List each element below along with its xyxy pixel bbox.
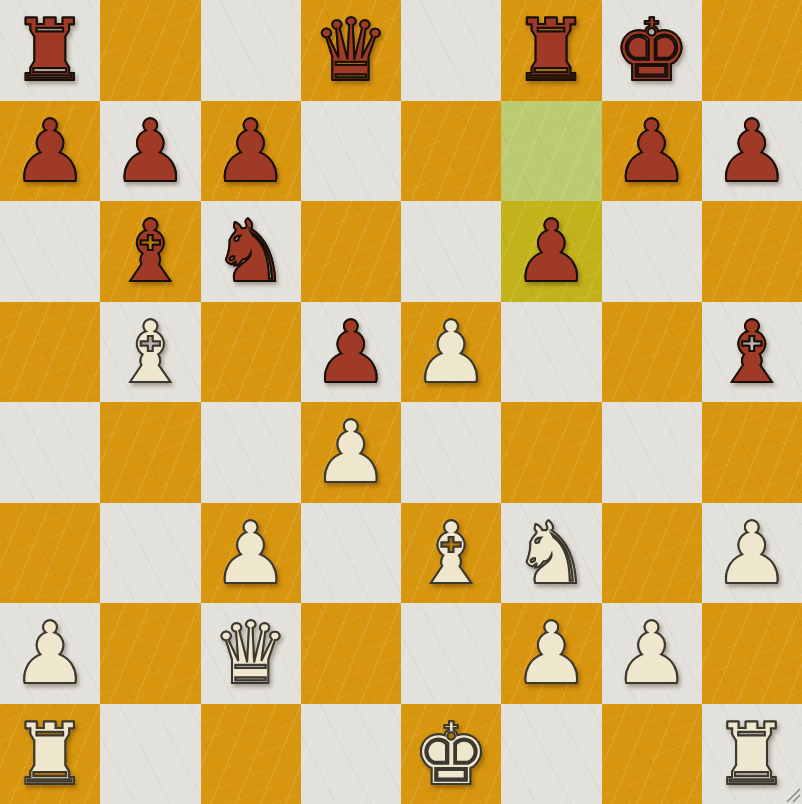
square-f5[interactable] <box>501 302 601 403</box>
square-b4[interactable] <box>100 402 200 503</box>
square-a2[interactable]: ♟ <box>0 603 100 704</box>
piece-black-bishop[interactable]: ♝ <box>702 302 802 403</box>
square-a3[interactable] <box>0 503 100 604</box>
square-g1[interactable] <box>602 704 702 804</box>
piece-white-pawn[interactable]: ♟ <box>602 603 702 704</box>
square-d7[interactable] <box>301 101 401 202</box>
square-a6[interactable] <box>0 201 100 302</box>
square-f8[interactable]: ♜ <box>501 0 601 101</box>
square-c4[interactable] <box>201 402 301 503</box>
square-e8[interactable] <box>401 0 501 101</box>
chess-board: ♜♛♜♚♟♟♟♟♟♝♞♟♝♟♟♝♟♟♝♞♟♟♛♟♟♜♚♜ <box>0 0 802 804</box>
square-g8[interactable]: ♚ <box>602 0 702 101</box>
board-container: ♜♛♜♚♟♟♟♟♟♝♞♟♝♟♟♝♟♟♝♞♟♟♛♟♟♜♚♜ <box>0 0 802 804</box>
piece-black-king[interactable]: ♚ <box>602 0 702 101</box>
square-b6[interactable]: ♝ <box>100 201 200 302</box>
square-e2[interactable] <box>401 603 501 704</box>
square-h6[interactable] <box>702 201 802 302</box>
piece-white-pawn[interactable]: ♟ <box>702 503 802 604</box>
square-c7[interactable]: ♟ <box>201 101 301 202</box>
square-b5[interactable]: ♝ <box>100 302 200 403</box>
square-e1[interactable]: ♚ <box>401 704 501 804</box>
piece-white-pawn[interactable]: ♟ <box>0 603 100 704</box>
piece-black-bishop[interactable]: ♝ <box>100 201 200 302</box>
piece-black-pawn[interactable]: ♟ <box>602 101 702 202</box>
square-f3[interactable]: ♞ <box>501 503 601 604</box>
square-a8[interactable]: ♜ <box>0 0 100 101</box>
square-b1[interactable] <box>100 704 200 804</box>
square-a7[interactable]: ♟ <box>0 101 100 202</box>
piece-black-pawn[interactable]: ♟ <box>100 101 200 202</box>
piece-white-pawn[interactable]: ♟ <box>401 302 501 403</box>
square-e5[interactable]: ♟ <box>401 302 501 403</box>
square-e6[interactable] <box>401 201 501 302</box>
piece-black-pawn[interactable]: ♟ <box>301 302 401 403</box>
piece-white-rook[interactable]: ♜ <box>0 704 100 804</box>
square-c3[interactable]: ♟ <box>201 503 301 604</box>
square-h5[interactable]: ♝ <box>702 302 802 403</box>
square-d1[interactable] <box>301 704 401 804</box>
piece-black-queen[interactable]: ♛ <box>301 0 401 101</box>
square-d8[interactable]: ♛ <box>301 0 401 101</box>
square-g2[interactable]: ♟ <box>602 603 702 704</box>
piece-white-queen[interactable]: ♛ <box>201 603 301 704</box>
square-a5[interactable] <box>0 302 100 403</box>
square-h3[interactable]: ♟ <box>702 503 802 604</box>
resize-handle-icon[interactable] <box>783 785 801 803</box>
square-b2[interactable] <box>100 603 200 704</box>
square-g7[interactable]: ♟ <box>602 101 702 202</box>
square-f6[interactable]: ♟ <box>501 201 601 302</box>
piece-white-pawn[interactable]: ♟ <box>201 503 301 604</box>
piece-white-bishop[interactable]: ♝ <box>401 503 501 604</box>
square-h2[interactable] <box>702 603 802 704</box>
square-c6[interactable]: ♞ <box>201 201 301 302</box>
square-d4[interactable]: ♟ <box>301 402 401 503</box>
square-g6[interactable] <box>602 201 702 302</box>
square-e4[interactable] <box>401 402 501 503</box>
square-h8[interactable] <box>702 0 802 101</box>
piece-white-bishop[interactable]: ♝ <box>100 302 200 403</box>
piece-black-pawn[interactable]: ♟ <box>702 101 802 202</box>
square-a4[interactable] <box>0 402 100 503</box>
piece-black-rook[interactable]: ♜ <box>501 0 601 101</box>
square-g4[interactable] <box>602 402 702 503</box>
square-e7[interactable] <box>401 101 501 202</box>
square-g5[interactable] <box>602 302 702 403</box>
square-b7[interactable]: ♟ <box>100 101 200 202</box>
square-d6[interactable] <box>301 201 401 302</box>
square-e3[interactable]: ♝ <box>401 503 501 604</box>
piece-black-knight[interactable]: ♞ <box>201 201 301 302</box>
piece-white-knight[interactable]: ♞ <box>501 503 601 604</box>
square-c8[interactable] <box>201 0 301 101</box>
square-c2[interactable]: ♛ <box>201 603 301 704</box>
piece-black-pawn[interactable]: ♟ <box>201 101 301 202</box>
square-d2[interactable] <box>301 603 401 704</box>
square-h7[interactable]: ♟ <box>702 101 802 202</box>
square-f2[interactable]: ♟ <box>501 603 601 704</box>
square-c5[interactable] <box>201 302 301 403</box>
square-d5[interactable]: ♟ <box>301 302 401 403</box>
square-f1[interactable] <box>501 704 601 804</box>
square-h4[interactable] <box>702 402 802 503</box>
piece-black-pawn[interactable]: ♟ <box>501 201 601 302</box>
piece-white-pawn[interactable]: ♟ <box>501 603 601 704</box>
piece-white-pawn[interactable]: ♟ <box>301 402 401 503</box>
square-b3[interactable] <box>100 503 200 604</box>
square-c1[interactable] <box>201 704 301 804</box>
square-a1[interactable]: ♜ <box>0 704 100 804</box>
square-f7[interactable] <box>501 101 601 202</box>
piece-black-rook[interactable]: ♜ <box>0 0 100 101</box>
square-g3[interactable] <box>602 503 702 604</box>
piece-white-king[interactable]: ♚ <box>401 704 501 804</box>
square-b8[interactable] <box>100 0 200 101</box>
square-d3[interactable] <box>301 503 401 604</box>
square-f4[interactable] <box>501 402 601 503</box>
piece-black-pawn[interactable]: ♟ <box>0 101 100 202</box>
